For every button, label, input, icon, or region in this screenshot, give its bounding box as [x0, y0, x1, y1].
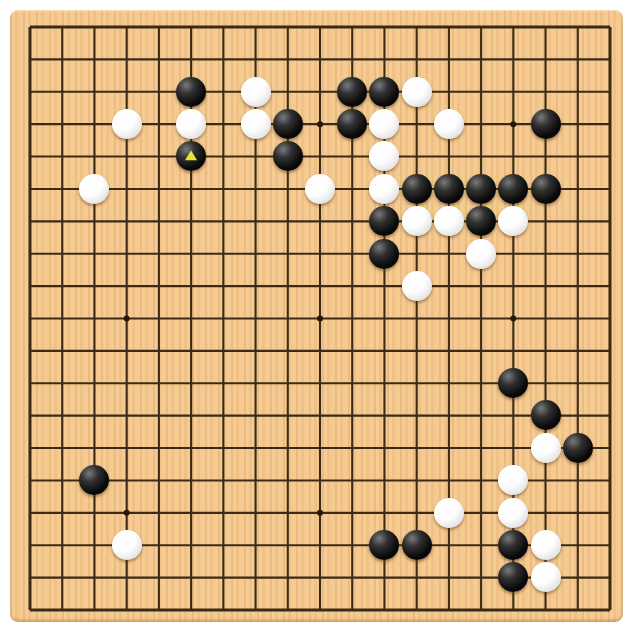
- intersection: [401, 270, 433, 302]
- intersection: [272, 302, 304, 334]
- intersection: [78, 108, 110, 140]
- black-stone: [498, 368, 528, 398]
- intersection: [465, 108, 497, 140]
- intersection: [562, 11, 594, 43]
- intersection: [368, 594, 400, 626]
- black-stone: [531, 109, 561, 139]
- intersection: [78, 399, 110, 431]
- intersection: [304, 561, 336, 593]
- intersection: [46, 108, 78, 140]
- intersection: [594, 432, 626, 464]
- black-stone: [79, 465, 109, 495]
- intersection: [143, 561, 175, 593]
- intersection: [14, 237, 46, 269]
- intersection: [272, 108, 304, 140]
- intersection: [143, 237, 175, 269]
- intersection: [304, 140, 336, 172]
- intersection: [401, 529, 433, 561]
- intersection: [46, 432, 78, 464]
- intersection: [497, 76, 529, 108]
- intersection: [497, 140, 529, 172]
- intersection: [336, 270, 368, 302]
- white-stone: [241, 109, 271, 139]
- intersection: [465, 140, 497, 172]
- intersection: [207, 399, 239, 431]
- intersection: [239, 43, 271, 75]
- black-stone: [369, 239, 399, 269]
- black-stone: [498, 530, 528, 560]
- intersection: [401, 43, 433, 75]
- intersection: [336, 108, 368, 140]
- intersection: [304, 594, 336, 626]
- intersection: [272, 367, 304, 399]
- white-stone: [369, 174, 399, 204]
- black-stone: [466, 174, 496, 204]
- intersection: [401, 432, 433, 464]
- intersection: [433, 237, 465, 269]
- intersection: [497, 367, 529, 399]
- intersection: [175, 205, 207, 237]
- intersection: [239, 594, 271, 626]
- intersection: [368, 76, 400, 108]
- intersection: [14, 594, 46, 626]
- black-stone: [563, 433, 593, 463]
- white-stone: [402, 77, 432, 107]
- intersection: [175, 399, 207, 431]
- intersection: [465, 302, 497, 334]
- intersection: [368, 335, 400, 367]
- intersection: [46, 11, 78, 43]
- intersection: [368, 11, 400, 43]
- intersection: [336, 464, 368, 496]
- intersection: [529, 205, 561, 237]
- intersection: [14, 205, 46, 237]
- intersection: [143, 76, 175, 108]
- intersection: [239, 432, 271, 464]
- intersection: [594, 302, 626, 334]
- intersection: [111, 529, 143, 561]
- intersection: [336, 561, 368, 593]
- intersection: [594, 11, 626, 43]
- intersection: [562, 205, 594, 237]
- intersection: [433, 464, 465, 496]
- intersection: [433, 173, 465, 205]
- intersection: [14, 561, 46, 593]
- intersection: [46, 335, 78, 367]
- intersection: [465, 367, 497, 399]
- intersection: [433, 561, 465, 593]
- black-stone: [531, 174, 561, 204]
- intersection: [336, 432, 368, 464]
- intersection: [497, 529, 529, 561]
- white-stone: [531, 530, 561, 560]
- intersection: [207, 335, 239, 367]
- intersection: [111, 76, 143, 108]
- intersection: [594, 367, 626, 399]
- intersection: [433, 43, 465, 75]
- intersection: [433, 335, 465, 367]
- intersection: [14, 399, 46, 431]
- intersection: [497, 173, 529, 205]
- intersection: [143, 140, 175, 172]
- intersection: [401, 464, 433, 496]
- intersection: [239, 270, 271, 302]
- intersection: [78, 561, 110, 593]
- intersection: [143, 173, 175, 205]
- intersection: [111, 496, 143, 528]
- intersection: [497, 496, 529, 528]
- intersection: [46, 302, 78, 334]
- black-stone: [337, 109, 367, 139]
- intersection: [14, 302, 46, 334]
- intersection: [175, 594, 207, 626]
- intersection: [14, 140, 46, 172]
- intersection: [239, 367, 271, 399]
- intersection: [304, 108, 336, 140]
- intersection: [304, 76, 336, 108]
- go-board: [10, 10, 623, 622]
- intersection: [111, 237, 143, 269]
- intersection: [433, 302, 465, 334]
- intersection: [239, 173, 271, 205]
- intersection: [529, 270, 561, 302]
- intersection: [401, 205, 433, 237]
- intersection: [272, 270, 304, 302]
- intersection: [594, 270, 626, 302]
- intersection: [336, 367, 368, 399]
- intersection: [529, 302, 561, 334]
- intersection: [304, 432, 336, 464]
- intersection: [111, 205, 143, 237]
- intersection: [46, 594, 78, 626]
- intersection: [14, 11, 46, 43]
- intersection: [143, 43, 175, 75]
- intersection: [465, 205, 497, 237]
- intersection: [207, 594, 239, 626]
- intersection: [529, 561, 561, 593]
- intersection: [401, 302, 433, 334]
- intersection: [433, 432, 465, 464]
- white-stone: [434, 109, 464, 139]
- white-stone: [305, 174, 335, 204]
- intersection: [401, 11, 433, 43]
- intersection: [78, 335, 110, 367]
- intersection: [497, 11, 529, 43]
- intersection: [207, 464, 239, 496]
- intersection: [368, 43, 400, 75]
- white-stone: [402, 271, 432, 301]
- intersection: [368, 173, 400, 205]
- intersection: [401, 594, 433, 626]
- intersection: [529, 108, 561, 140]
- intersection: [594, 108, 626, 140]
- intersection: [46, 529, 78, 561]
- intersection: [529, 367, 561, 399]
- intersection: [497, 237, 529, 269]
- intersection: [78, 270, 110, 302]
- intersection: [594, 335, 626, 367]
- intersection: [46, 237, 78, 269]
- intersection: [562, 140, 594, 172]
- intersection: [497, 302, 529, 334]
- intersection: [529, 399, 561, 431]
- intersection: [465, 43, 497, 75]
- intersection: [562, 399, 594, 431]
- intersection: [207, 205, 239, 237]
- intersection: [175, 496, 207, 528]
- intersection: [497, 464, 529, 496]
- intersection: [304, 302, 336, 334]
- intersection: [78, 464, 110, 496]
- intersection: [368, 561, 400, 593]
- intersection: [207, 496, 239, 528]
- intersection: [239, 561, 271, 593]
- intersection: [14, 529, 46, 561]
- intersection: [401, 496, 433, 528]
- intersection: [304, 43, 336, 75]
- intersection: [239, 205, 271, 237]
- intersection: [78, 367, 110, 399]
- intersection: [433, 76, 465, 108]
- intersection: [336, 237, 368, 269]
- intersection: [143, 302, 175, 334]
- intersection: [465, 464, 497, 496]
- intersection: [239, 140, 271, 172]
- intersection: [175, 367, 207, 399]
- white-stone: [79, 174, 109, 204]
- intersection: [401, 108, 433, 140]
- intersection: [46, 205, 78, 237]
- intersection: [78, 594, 110, 626]
- intersection: [401, 561, 433, 593]
- intersection: [594, 561, 626, 593]
- intersection: [111, 464, 143, 496]
- intersection: [368, 496, 400, 528]
- intersection: [304, 399, 336, 431]
- intersection: [111, 594, 143, 626]
- intersection: [143, 205, 175, 237]
- intersection: [111, 561, 143, 593]
- intersection: [368, 529, 400, 561]
- intersection: [14, 173, 46, 205]
- intersection: [562, 108, 594, 140]
- intersection: [14, 367, 46, 399]
- intersection: [529, 43, 561, 75]
- intersection: [175, 464, 207, 496]
- intersection: [304, 237, 336, 269]
- intersection: [562, 302, 594, 334]
- intersection: [529, 529, 561, 561]
- intersection: [175, 43, 207, 75]
- intersection: [562, 43, 594, 75]
- intersection: [336, 140, 368, 172]
- black-stone: [402, 174, 432, 204]
- intersection: [175, 11, 207, 43]
- white-stone: [531, 433, 561, 463]
- intersection: [175, 270, 207, 302]
- intersection: [46, 76, 78, 108]
- intersection: [175, 76, 207, 108]
- intersection: [78, 237, 110, 269]
- intersection: [594, 464, 626, 496]
- intersection: [336, 11, 368, 43]
- intersection: [111, 399, 143, 431]
- intersection: [239, 302, 271, 334]
- intersection: [529, 594, 561, 626]
- intersection: [175, 108, 207, 140]
- intersection: [594, 529, 626, 561]
- intersection: [239, 464, 271, 496]
- white-stone: [434, 206, 464, 236]
- intersection: [304, 464, 336, 496]
- intersection: [272, 43, 304, 75]
- intersection: [78, 529, 110, 561]
- intersection: [14, 432, 46, 464]
- intersection: [14, 108, 46, 140]
- intersection: [175, 335, 207, 367]
- intersection: [336, 496, 368, 528]
- intersection: [465, 561, 497, 593]
- intersection: [304, 367, 336, 399]
- black-stone: [337, 77, 367, 107]
- intersection: [78, 302, 110, 334]
- intersection: [143, 108, 175, 140]
- intersection: [239, 76, 271, 108]
- intersection: [368, 270, 400, 302]
- intersection: [272, 432, 304, 464]
- intersection: [368, 108, 400, 140]
- intersection: [594, 594, 626, 626]
- intersection: [239, 108, 271, 140]
- intersection: [497, 432, 529, 464]
- intersection: [272, 205, 304, 237]
- intersection: [465, 529, 497, 561]
- intersection: [465, 76, 497, 108]
- intersection: [143, 11, 175, 43]
- intersection: [594, 173, 626, 205]
- intersection: [14, 335, 46, 367]
- intersection: [401, 173, 433, 205]
- intersection: [529, 173, 561, 205]
- intersection: [111, 108, 143, 140]
- intersection: [207, 237, 239, 269]
- intersection: [304, 529, 336, 561]
- intersection: [239, 11, 271, 43]
- intersection: [272, 529, 304, 561]
- intersection: [207, 432, 239, 464]
- intersection: [594, 399, 626, 431]
- intersection: [529, 237, 561, 269]
- intersection: [336, 529, 368, 561]
- intersection: [433, 140, 465, 172]
- intersection: [239, 237, 271, 269]
- intersection: [562, 237, 594, 269]
- intersection: [239, 496, 271, 528]
- black-stone: [369, 206, 399, 236]
- intersection: [368, 432, 400, 464]
- intersection: [14, 496, 46, 528]
- intersection: [336, 594, 368, 626]
- intersection: [562, 76, 594, 108]
- intersection: [14, 270, 46, 302]
- black-stone: [466, 206, 496, 236]
- intersection: [111, 270, 143, 302]
- intersection: [497, 270, 529, 302]
- black-stone: [434, 174, 464, 204]
- intersection: [207, 43, 239, 75]
- intersection: [111, 367, 143, 399]
- intersection: [143, 496, 175, 528]
- black-stone: [498, 174, 528, 204]
- intersection: [239, 399, 271, 431]
- intersection: [304, 11, 336, 43]
- intersection: [465, 432, 497, 464]
- intersection: [207, 561, 239, 593]
- intersection: [143, 432, 175, 464]
- intersection: [401, 76, 433, 108]
- board-intersections: [14, 11, 626, 626]
- intersection: [78, 432, 110, 464]
- intersection: [594, 496, 626, 528]
- intersection: [529, 496, 561, 528]
- intersection: [368, 367, 400, 399]
- intersection: [433, 108, 465, 140]
- black-stone: [176, 77, 206, 107]
- intersection: [46, 270, 78, 302]
- intersection: [272, 561, 304, 593]
- intersection: [336, 173, 368, 205]
- intersection: [14, 43, 46, 75]
- intersection: [111, 335, 143, 367]
- intersection: [594, 76, 626, 108]
- intersection: [401, 237, 433, 269]
- intersection: [529, 140, 561, 172]
- black-stone: [369, 77, 399, 107]
- intersection: [46, 399, 78, 431]
- intersection: [207, 173, 239, 205]
- intersection: [46, 43, 78, 75]
- intersection: [14, 76, 46, 108]
- intersection: [304, 335, 336, 367]
- black-stone: [176, 141, 206, 171]
- intersection: [143, 529, 175, 561]
- intersection: [433, 399, 465, 431]
- intersection: [175, 302, 207, 334]
- intersection: [562, 529, 594, 561]
- intersection: [368, 302, 400, 334]
- intersection: [78, 43, 110, 75]
- intersection: [368, 464, 400, 496]
- intersection: [78, 173, 110, 205]
- intersection: [207, 11, 239, 43]
- intersection: [143, 367, 175, 399]
- white-stone: [112, 109, 142, 139]
- intersection: [433, 367, 465, 399]
- intersection: [465, 335, 497, 367]
- intersection: [562, 270, 594, 302]
- intersection: [529, 335, 561, 367]
- white-stone: [466, 239, 496, 269]
- page-background: [0, 0, 640, 635]
- intersection: [433, 205, 465, 237]
- intersection: [78, 11, 110, 43]
- intersection: [465, 173, 497, 205]
- intersection: [465, 496, 497, 528]
- intersection: [465, 270, 497, 302]
- intersection: [336, 43, 368, 75]
- intersection: [562, 432, 594, 464]
- black-stone: [273, 141, 303, 171]
